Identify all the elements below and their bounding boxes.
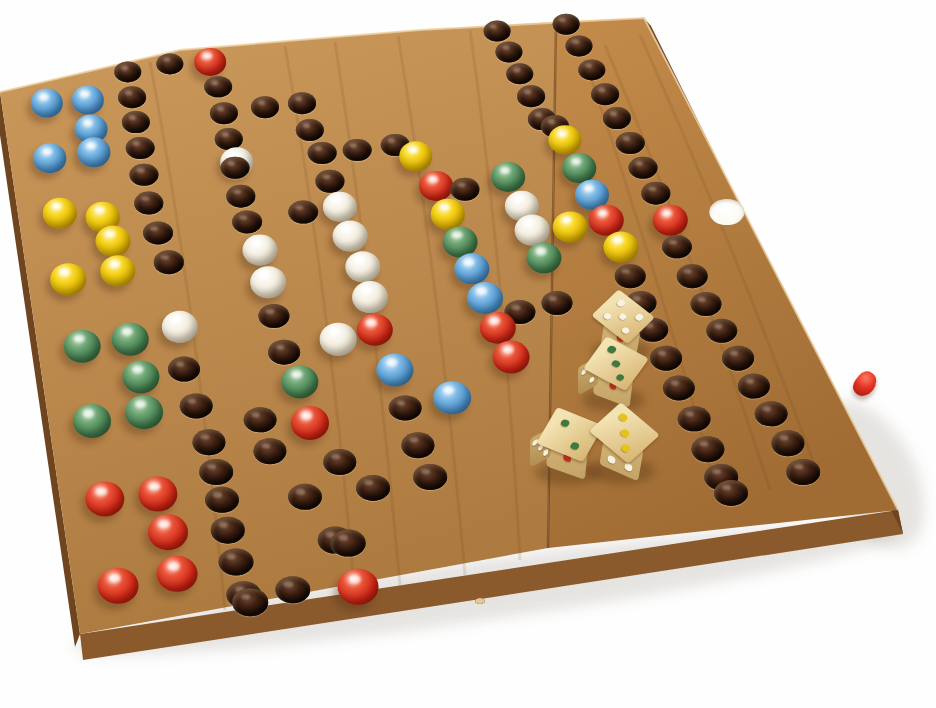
die-pip-white [589,376,594,384]
dice-layer [0,0,936,708]
die-pip-white [602,312,613,321]
die-pip-white [620,326,631,335]
die-pip-white [618,312,629,321]
die-pip-white [615,298,626,307]
die-pip-yellow [619,428,631,438]
die-pip-white [543,448,549,456]
die-2[interactable] [592,342,640,414]
die-face [589,402,660,463]
scene [0,0,936,708]
die-4[interactable] [599,410,650,487]
die-pip-white [608,454,617,465]
die-pip-yellow [617,412,629,422]
die-pip-yellow [620,443,632,453]
die-pip-green [569,441,580,450]
die-pip-green [560,418,571,427]
die-pip-green [615,373,626,382]
die-face [591,289,655,344]
die-pip-white [624,462,633,473]
die-pip-green [606,345,617,354]
die-pip-white [634,312,645,321]
die-pip-green [611,359,622,368]
die-3[interactable] [545,412,595,487]
